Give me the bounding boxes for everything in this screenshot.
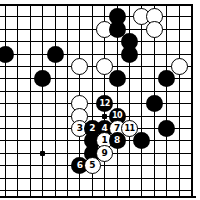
stone-move-8: 8 [109, 132, 126, 149]
stone-white [146, 21, 163, 38]
stone-black [0, 46, 14, 63]
board-right-edge [191, 4, 193, 198]
move-number: 12 [100, 100, 110, 108]
stone-black [34, 70, 51, 87]
stone-black [47, 46, 64, 63]
hoshi-dot [40, 151, 45, 156]
move-number: 6 [77, 161, 83, 170]
stone-move-5: 5 [84, 157, 101, 174]
grid-line-v [179, 4, 180, 198]
stone-black [158, 70, 175, 87]
go-board: 121032471118965 [0, 0, 200, 200]
stone-black [158, 120, 175, 137]
stone-black [133, 132, 150, 149]
grid-line-v [30, 4, 31, 198]
cutoff-grid-line [0, 196, 196, 199]
grid-line-v [141, 4, 142, 198]
move-number: 11 [124, 125, 134, 133]
stone-white [71, 58, 88, 75]
grid-line-v [17, 4, 18, 198]
move-number: 9 [102, 149, 108, 158]
stone-black [146, 95, 163, 112]
move-number: 10 [112, 112, 122, 120]
grid-line-v [42, 4, 43, 198]
grid-line-v [55, 4, 56, 198]
move-number: 8 [114, 136, 120, 145]
hoshi-dot [102, 114, 107, 119]
move-number: 5 [89, 161, 95, 170]
move-number: 3 [77, 124, 83, 133]
stone-black [109, 70, 126, 87]
grid-line-v [5, 4, 6, 198]
stone-black [121, 46, 138, 63]
grid-line-v [166, 4, 167, 198]
grid-line-v [67, 4, 68, 198]
